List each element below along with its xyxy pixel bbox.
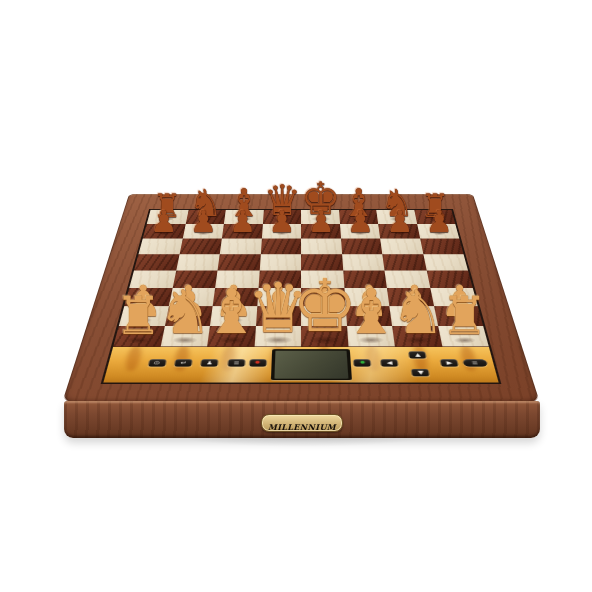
square-d8[interactable]	[262, 210, 301, 224]
square-e2[interactable]	[301, 306, 347, 325]
square-a5[interactable]	[134, 254, 179, 270]
pawn-icon: ♟	[206, 360, 213, 366]
left-button[interactable]: ◀	[381, 359, 399, 366]
square-b7[interactable]	[182, 224, 224, 239]
green-button[interactable]	[354, 359, 372, 366]
square-c8[interactable]	[224, 210, 264, 224]
arrow-up-icon: ▲	[414, 352, 421, 358]
undo-arrow-icon: ↵	[180, 360, 187, 366]
square-d2[interactable]	[255, 306, 301, 325]
square-f5[interactable]	[342, 254, 385, 270]
square-f6[interactable]	[341, 239, 383, 255]
square-g4[interactable]	[384, 271, 429, 288]
square-b6[interactable]	[179, 239, 222, 255]
square-c1[interactable]	[207, 326, 255, 347]
chessboard-squares	[113, 210, 489, 347]
square-h3[interactable]	[430, 288, 478, 306]
square-g7[interactable]	[378, 224, 420, 239]
square-b3[interactable]	[168, 288, 215, 306]
square-f7[interactable]	[340, 224, 381, 239]
square-b5[interactable]	[176, 254, 220, 270]
square-h8[interactable]	[414, 210, 455, 224]
square-h2[interactable]	[434, 306, 484, 325]
square-f3[interactable]	[344, 288, 389, 306]
lcd-display	[271, 349, 352, 379]
square-e7[interactable]	[301, 224, 341, 239]
square-g3[interactable]	[387, 288, 434, 306]
square-g2[interactable]	[389, 306, 437, 325]
red-dot-icon	[255, 361, 260, 364]
square-e6[interactable]	[301, 239, 342, 255]
arrow-right-icon: ▶	[446, 360, 453, 366]
square-h4[interactable]	[426, 271, 472, 288]
square-d1[interactable]	[254, 326, 301, 347]
square-h1[interactable]	[438, 326, 489, 347]
lcd-screen	[274, 351, 348, 378]
control-panel: ⊙↵♟≡◀▲▼▶≡	[103, 346, 498, 382]
square-h6[interactable]	[420, 239, 464, 255]
square-a2[interactable]	[119, 306, 169, 325]
square-b1[interactable]	[160, 326, 210, 347]
square-c7[interactable]	[222, 224, 263, 239]
square-f1[interactable]	[347, 326, 395, 347]
green-dot-icon	[360, 361, 365, 364]
square-h5[interactable]	[423, 254, 468, 270]
square-g6[interactable]	[380, 239, 423, 255]
square-a3[interactable]	[124, 288, 172, 306]
square-d3[interactable]	[257, 288, 301, 306]
square-h7[interactable]	[417, 224, 460, 239]
square-a7[interactable]	[143, 224, 186, 239]
piece-reflection	[124, 346, 144, 370]
square-c6[interactable]	[220, 239, 262, 255]
square-d5[interactable]	[259, 254, 301, 270]
brand-plate: MILLENNIUM	[261, 414, 343, 432]
takeback-button[interactable]: ↵	[175, 359, 193, 366]
square-f4[interactable]	[343, 271, 387, 288]
menu-button[interactable]: ≡	[462, 359, 488, 366]
square-a6[interactable]	[138, 239, 182, 255]
square-b4[interactable]	[172, 271, 217, 288]
up-button[interactable]: ▲	[409, 351, 427, 358]
square-e4[interactable]	[301, 271, 344, 288]
position-button[interactable]: ♟	[200, 359, 218, 366]
square-c2[interactable]	[210, 306, 257, 325]
square-g8[interactable]	[376, 210, 416, 224]
product-photo-chess-computer: ⊙↵♟≡◀▲▼▶≡ MILLENNIUM ♜♞♝♛♚♝♞♜♟♟♟♟♟♟♟♟♟♟♟…	[0, 0, 592, 592]
square-g5[interactable]	[382, 254, 426, 270]
arrow-down-icon: ▼	[417, 369, 424, 375]
square-g1[interactable]	[392, 326, 442, 347]
square-a1[interactable]	[113, 326, 164, 347]
chess-board-top: ⊙↵♟≡◀▲▼▶≡	[62, 194, 540, 403]
square-c5[interactable]	[218, 254, 261, 270]
square-e1[interactable]	[301, 326, 348, 347]
square-a8[interactable]	[147, 210, 188, 224]
square-c4[interactable]	[215, 271, 259, 288]
square-e5[interactable]	[301, 254, 343, 270]
square-e3[interactable]	[301, 288, 345, 306]
red-button[interactable]	[249, 359, 266, 366]
square-d6[interactable]	[260, 239, 301, 255]
menu-lines-icon: ≡	[471, 360, 479, 366]
square-f2[interactable]	[345, 306, 392, 325]
lines-icon: ≡	[233, 360, 240, 366]
square-d7[interactable]	[261, 224, 301, 239]
square-e8[interactable]	[301, 210, 340, 224]
square-f8[interactable]	[339, 210, 379, 224]
case-front-face: MILLENNIUM	[64, 401, 540, 438]
square-b2[interactable]	[164, 306, 212, 325]
playing-area: ⊙↵♟≡◀▲▼▶≡	[101, 209, 502, 384]
square-a4[interactable]	[129, 271, 175, 288]
power-button[interactable]: ⊙	[148, 359, 166, 366]
arrow-left-icon: ◀	[386, 360, 392, 366]
square-b8[interactable]	[185, 210, 225, 224]
down-button[interactable]: ▼	[411, 368, 429, 376]
square-c3[interactable]	[213, 288, 258, 306]
function-button[interactable]: ≡	[228, 359, 246, 366]
brand-label: MILLENNIUM	[268, 422, 336, 432]
power-icon: ⊙	[153, 360, 160, 366]
right-button[interactable]: ▶	[440, 359, 459, 366]
square-d4[interactable]	[258, 271, 301, 288]
